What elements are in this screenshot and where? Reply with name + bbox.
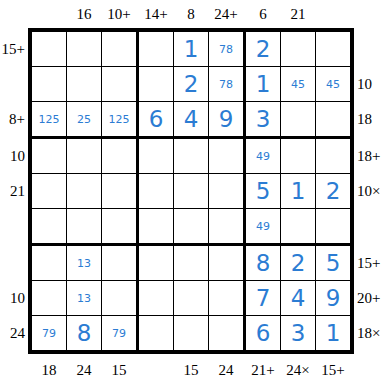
cell-r5c6[interactable] <box>209 174 243 208</box>
clue-left-row3: 8+ <box>0 102 25 136</box>
cell-r3c6[interactable]: 9 <box>209 102 243 136</box>
cell-r6c5[interactable] <box>174 209 208 243</box>
cell-r3c2[interactable]: 25 <box>67 102 101 136</box>
solved-digit: 6 <box>149 108 164 131</box>
cell-r6c8[interactable] <box>281 209 315 243</box>
cell-r7c5[interactable] <box>174 246 208 280</box>
solved-digit: 5 <box>326 252 341 275</box>
cell-r8c6[interactable] <box>209 281 243 315</box>
cell-r2c5[interactable]: 2 <box>174 67 208 101</box>
solved-digit: 5 <box>256 180 271 203</box>
pencil-marks: 79 <box>42 328 56 339</box>
clue-top-col2: 16 <box>64 3 104 25</box>
cell-r7c8[interactable]: 2 <box>281 246 315 280</box>
cell-r1c7[interactable]: 2 <box>246 32 280 66</box>
solved-digit: 9 <box>326 287 341 310</box>
cell-r7c1[interactable] <box>32 246 66 280</box>
cell-r8c5[interactable] <box>174 281 208 315</box>
solved-digit: 7 <box>256 287 271 310</box>
cell-r8c9[interactable]: 9 <box>316 281 350 315</box>
cell-r2c6[interactable]: 78 <box>209 67 243 101</box>
cell-r2c9[interactable]: 45 <box>316 67 350 101</box>
cell-r3c1[interactable]: 125 <box>32 102 66 136</box>
solved-digit: 4 <box>184 108 199 131</box>
cell-r9c8[interactable]: 3 <box>281 316 315 350</box>
clue-right-row4: 18+ <box>357 139 386 173</box>
cell-r6c7[interactable]: 49 <box>246 209 280 243</box>
cell-r8c4[interactable] <box>139 281 173 315</box>
solved-digit: 2 <box>291 252 306 275</box>
cell-r9c6[interactable] <box>209 316 243 350</box>
solved-digit: 1 <box>326 322 341 345</box>
solved-digit: 2 <box>184 73 199 96</box>
cell-r3c9[interactable] <box>316 102 350 136</box>
cell-r6c3[interactable] <box>102 209 136 243</box>
clue-top-col5: 8 <box>171 3 211 25</box>
cell-r8c2[interactable]: 13 <box>67 281 101 315</box>
cell-r5c9[interactable]: 2 <box>316 174 350 208</box>
cell-r9c5[interactable] <box>174 316 208 350</box>
cell-r1c1[interactable] <box>32 32 66 66</box>
cell-r9c7[interactable]: 6 <box>246 316 280 350</box>
clue-right-row7: 15+ <box>357 246 386 280</box>
cell-r7c6[interactable] <box>209 246 243 280</box>
clue-bottom-col8: 24× <box>278 359 318 381</box>
cell-r9c4[interactable] <box>139 316 173 350</box>
cell-r6c9[interactable] <box>316 209 350 243</box>
cell-r4c4[interactable] <box>139 139 173 173</box>
cell-r4c9[interactable] <box>316 139 350 173</box>
cell-r4c2[interactable] <box>67 139 101 173</box>
pencil-marks: 49 <box>256 221 270 232</box>
cell-r8c3[interactable] <box>102 281 136 315</box>
cell-r1c6[interactable]: 78 <box>209 32 243 66</box>
cell-r3c5[interactable]: 4 <box>174 102 208 136</box>
cell-r5c5[interactable] <box>174 174 208 208</box>
solved-digit: 4 <box>291 287 306 310</box>
cell-r4c5[interactable] <box>174 139 208 173</box>
clue-top-col4: 14+ <box>136 3 176 25</box>
pencil-marks: 125 <box>109 114 130 125</box>
cell-r1c2[interactable] <box>67 32 101 66</box>
cell-r5c3[interactable] <box>102 174 136 208</box>
clue-right-row8: 20+ <box>357 281 386 315</box>
pencil-marks: 78 <box>219 79 233 90</box>
cell-r6c4[interactable] <box>139 209 173 243</box>
clue-right-row3: 18 <box>357 102 386 136</box>
clue-left-row9: 24 <box>0 316 25 350</box>
cell-r8c1[interactable] <box>32 281 66 315</box>
clue-left-row1: 15+ <box>0 32 25 66</box>
clue-left-row8: 10 <box>0 281 25 315</box>
cell-r2c1[interactable] <box>32 67 66 101</box>
clue-bottom-col6: 24 <box>206 359 246 381</box>
pencil-marks: 79 <box>112 328 126 339</box>
solved-digit: 2 <box>326 180 341 203</box>
clue-top-col6: 24+ <box>206 3 246 25</box>
cell-r3c8[interactable] <box>281 102 315 136</box>
solved-digit: 1 <box>184 38 199 61</box>
cell-r8c8[interactable]: 4 <box>281 281 315 315</box>
clue-bottom-col5: 15 <box>171 359 211 381</box>
clue-top-col3: 10+ <box>99 3 139 25</box>
cell-r4c7[interactable]: 49 <box>246 139 280 173</box>
clue-bottom-col9: 15+ <box>313 359 353 381</box>
cell-r6c6[interactable] <box>209 209 243 243</box>
clue-left-row4: 10 <box>0 139 25 173</box>
solved-digit: 8 <box>77 322 92 345</box>
clue-bottom-col1: 18 <box>29 359 69 381</box>
clue-right-row5: 10× <box>357 174 386 208</box>
cell-r5c8[interactable]: 1 <box>281 174 315 208</box>
pencil-marks: 49 <box>256 151 270 162</box>
pencil-marks: 125 <box>39 114 60 125</box>
solved-digit: 3 <box>291 322 306 345</box>
cell-r8c7[interactable]: 7 <box>246 281 280 315</box>
pencil-marks: 13 <box>77 258 91 269</box>
clue-top-col7: 6 <box>243 3 283 25</box>
cell-r2c4[interactable] <box>139 67 173 101</box>
clue-bottom-col2: 24 <box>64 359 104 381</box>
cell-r9c9[interactable]: 1 <box>316 316 350 350</box>
cell-r4c1[interactable] <box>32 139 66 173</box>
cell-r7c4[interactable] <box>139 246 173 280</box>
cell-r6c2[interactable] <box>67 209 101 243</box>
cell-r5c4[interactable] <box>139 174 173 208</box>
pencil-marks: 78 <box>219 44 233 55</box>
cell-r2c7[interactable]: 1 <box>246 67 280 101</box>
puzzle-screenshot: 1782278145451252512564934951249138251374… <box>0 0 386 386</box>
cell-r7c9[interactable]: 5 <box>316 246 350 280</box>
cell-r9c2[interactable]: 8 <box>67 316 101 350</box>
cell-r1c9[interactable] <box>316 32 350 66</box>
cell-r2c3[interactable] <box>102 67 136 101</box>
cell-r4c3[interactable] <box>102 139 136 173</box>
cell-r1c4[interactable] <box>139 32 173 66</box>
clue-left-row5: 21 <box>0 174 25 208</box>
cell-r3c3[interactable]: 125 <box>102 102 136 136</box>
cell-r7c7[interactable]: 8 <box>246 246 280 280</box>
clue-right-row9: 18× <box>357 316 386 350</box>
cell-r9c1[interactable]: 79 <box>32 316 66 350</box>
cell-r5c2[interactable] <box>67 174 101 208</box>
cell-r3c7[interactable]: 3 <box>246 102 280 136</box>
cell-r2c8[interactable]: 45 <box>281 67 315 101</box>
clue-top-col8: 21 <box>278 3 318 25</box>
cell-r3c4[interactable]: 6 <box>139 102 173 136</box>
solved-digit: 1 <box>256 73 271 96</box>
cell-r5c1[interactable] <box>32 174 66 208</box>
pencil-marks: 13 <box>77 293 91 304</box>
pencil-marks: 45 <box>326 79 340 90</box>
pencil-marks: 45 <box>291 79 305 90</box>
cell-r1c5[interactable]: 1 <box>174 32 208 66</box>
cell-r4c6[interactable] <box>209 139 243 173</box>
clue-bottom-col3: 15 <box>99 359 139 381</box>
cell-r7c2[interactable]: 13 <box>67 246 101 280</box>
solved-digit: 8 <box>256 252 271 275</box>
cell-r5c7[interactable]: 5 <box>246 174 280 208</box>
cell-r1c3[interactable] <box>102 32 136 66</box>
cell-r2c2[interactable] <box>67 67 101 101</box>
pencil-marks: 25 <box>77 114 91 125</box>
solved-digit: 6 <box>256 322 271 345</box>
clue-bottom-col7: 21+ <box>243 359 283 381</box>
solved-digit: 9 <box>219 108 234 131</box>
solved-digit: 3 <box>256 108 271 131</box>
cell-r9c3[interactable]: 79 <box>102 316 136 350</box>
clue-right-row2: 10 <box>357 67 386 101</box>
cell-r4c8[interactable] <box>281 139 315 173</box>
solved-digit: 1 <box>291 180 306 203</box>
cell-r1c8[interactable] <box>281 32 315 66</box>
cell-r7c3[interactable] <box>102 246 136 280</box>
cell-r6c1[interactable] <box>32 209 66 243</box>
solved-digit: 2 <box>256 38 271 61</box>
